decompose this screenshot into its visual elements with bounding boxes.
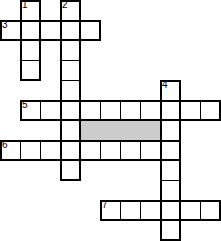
clue-number-3: 3	[2, 20, 8, 30]
cell-r5-c2[interactable]	[40, 100, 61, 121]
cell-r10-c8[interactable]	[160, 200, 181, 221]
clue-number-4: 4	[162, 80, 168, 90]
cell-r7-c8[interactable]	[160, 140, 181, 161]
cell-r10-c5[interactable]: 7	[100, 200, 121, 221]
cell-r8-c3[interactable]	[60, 160, 81, 181]
cell-r5-c6[interactable]	[120, 100, 141, 121]
cell-r5-c3[interactable]	[60, 100, 81, 121]
clue-number-7: 7	[102, 200, 108, 210]
cell-r9-c8[interactable]	[160, 180, 181, 201]
cell-r1-c3[interactable]	[60, 20, 81, 41]
cell-r8-c8[interactable]	[160, 160, 181, 181]
cell-r10-c7[interactable]	[140, 200, 161, 221]
cell-r7-c4[interactable]	[80, 140, 101, 161]
cell-r5-c4[interactable]	[80, 100, 101, 121]
cell-r10-c6[interactable]	[120, 200, 141, 221]
cell-r5-c9[interactable]	[180, 100, 201, 121]
cell-r1-c2[interactable]	[40, 20, 61, 41]
cell-r4-c8[interactable]: 4	[160, 80, 181, 101]
cell-r7-c5[interactable]	[100, 140, 121, 161]
crossword-board: 1234567	[0, 0, 221, 241]
cell-r4-c3[interactable]	[60, 80, 81, 101]
cell-r7-c2[interactable]	[40, 140, 61, 161]
cell-r5-c5[interactable]	[100, 100, 121, 121]
cell-r1-c4[interactable]	[80, 20, 101, 41]
clue-number-5: 5	[22, 100, 28, 110]
cell-r10-c10[interactable]	[200, 200, 221, 221]
cell-r10-c9[interactable]	[180, 200, 201, 221]
cell-r0-c1[interactable]: 1	[20, 0, 41, 21]
cell-r6-c8[interactable]	[160, 120, 181, 141]
cell-r6-c3[interactable]	[60, 120, 81, 141]
cell-r1-c1[interactable]	[20, 20, 41, 41]
cell-r5-c10[interactable]	[200, 100, 221, 121]
cell-r7-c7[interactable]	[140, 140, 161, 161]
clue-number-2: 2	[62, 0, 68, 10]
cell-r5-c8[interactable]	[160, 100, 181, 121]
cell-r5-c1[interactable]: 5	[20, 100, 41, 121]
cell-r3-c1[interactable]	[20, 60, 41, 81]
cell-r7-c3[interactable]	[60, 140, 81, 161]
clue-number-6: 6	[2, 140, 8, 150]
cell-r2-c3[interactable]	[60, 40, 81, 61]
clue-number-1: 1	[22, 0, 28, 10]
cell-r3-c3[interactable]	[60, 60, 81, 81]
cell-r0-c3[interactable]: 2	[60, 0, 81, 21]
cell-r7-c6[interactable]	[120, 140, 141, 161]
cell-r11-c8[interactable]	[160, 220, 181, 241]
cell-r2-c1[interactable]	[20, 40, 41, 61]
cell-r1-c0[interactable]: 3	[0, 20, 21, 41]
cell-r7-c0[interactable]: 6	[0, 140, 21, 161]
cell-r5-c7[interactable]	[140, 100, 161, 121]
cell-r7-c1[interactable]	[20, 140, 41, 161]
shaded-block	[81, 121, 160, 140]
